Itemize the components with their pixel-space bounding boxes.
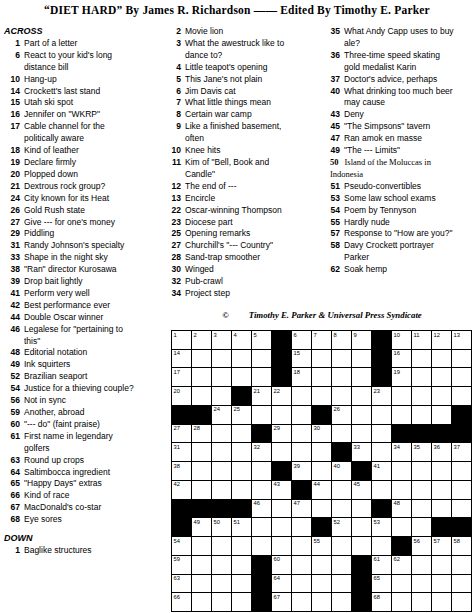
grid-cell-black (352, 462, 371, 480)
clue-number: 48 (4, 347, 20, 359)
grid-cell[interactable]: 48 (392, 500, 411, 518)
grid-cell[interactable] (352, 387, 371, 405)
grid-cell[interactable] (192, 368, 211, 386)
grid-cell[interactable] (412, 593, 431, 611)
grid-cell[interactable] (272, 443, 291, 461)
clue-across-10: 10Hang-up (4, 74, 160, 86)
grid-cell-black (272, 368, 291, 386)
clue-text: Utah ski spot (24, 97, 136, 109)
grid-cell[interactable] (372, 425, 391, 443)
cell-number: 7 (314, 332, 317, 338)
grid-cell[interactable] (212, 350, 231, 368)
grid-cell[interactable] (232, 443, 251, 461)
grid-cell[interactable] (312, 593, 331, 611)
clue-down-58: 58Davy Crockett portrayer Parker (324, 240, 474, 264)
grid-cell[interactable]: 59 (172, 556, 191, 574)
grid-cell[interactable]: 40 (332, 462, 351, 480)
clue-text: Poem by Tennyson (344, 205, 456, 217)
clue-number: 67 (4, 502, 20, 514)
grid-cell[interactable]: 49 (192, 518, 211, 536)
grid-cell[interactable]: 31 (172, 443, 191, 461)
grid-cell[interactable] (192, 387, 211, 405)
cell-number: 32 (254, 444, 260, 450)
grid-cell[interactable] (252, 537, 271, 555)
grid-cell[interactable] (452, 387, 471, 405)
grid-cell[interactable] (272, 518, 291, 536)
grid-cell[interactable] (192, 481, 211, 499)
clue-text: React to your kid's long distance bill (24, 50, 136, 74)
clue-across-68: 68Eye sores (4, 514, 160, 526)
clue-down-10: 10Knee hits (165, 145, 320, 157)
grid-cell[interactable] (232, 462, 251, 480)
grid-cell[interactable] (252, 406, 271, 424)
grid-cell-black (172, 406, 191, 424)
grid-cell[interactable]: 5 (252, 331, 271, 349)
grid-cell[interactable]: 58 (452, 537, 471, 555)
grid-cell[interactable] (332, 368, 351, 386)
cell-number: 68 (374, 594, 380, 600)
grid-cell[interactable]: 46 (252, 500, 271, 518)
clue-number: 39 (4, 276, 20, 288)
clue-across-39: 39Drop bait lightly (4, 276, 160, 288)
grid-cell[interactable]: 19 (392, 368, 411, 386)
grid-cell[interactable]: 29 (272, 425, 291, 443)
grid-cell[interactable] (192, 593, 211, 611)
grid-cell[interactable] (292, 443, 311, 461)
grid-cell[interactable]: 37 (452, 443, 471, 461)
cell-number: 56 (414, 538, 420, 544)
clue-number: 33 (4, 252, 20, 264)
grid-cell[interactable] (452, 556, 471, 574)
grid-cell[interactable]: 38 (172, 462, 191, 480)
grid-cell[interactable] (192, 537, 211, 555)
grid-cell[interactable] (432, 462, 451, 480)
grid-cell[interactable] (192, 443, 211, 461)
clue-text: Jennifer on "WKRP" (24, 109, 136, 121)
cell-number: 49 (194, 519, 200, 525)
grid-cell[interactable]: 34 (392, 443, 411, 461)
grid-cell[interactable] (352, 350, 371, 368)
grid-cell[interactable] (292, 556, 311, 574)
grid-cell[interactable] (392, 481, 411, 499)
grid-cell[interactable] (332, 387, 351, 405)
cell-number: 39 (294, 463, 300, 469)
grid-cell[interactable]: 2 (192, 331, 211, 349)
grid-cell[interactable] (252, 518, 271, 536)
grid-cell[interactable] (252, 350, 271, 368)
cell-number: 33 (354, 444, 360, 450)
grid-cell[interactable] (212, 537, 231, 555)
clue-down-2: 2Movie lion (165, 26, 320, 38)
grid-cell[interactable] (332, 500, 351, 518)
grid-cell[interactable] (192, 462, 211, 480)
grid-cell-black (372, 368, 391, 386)
clue-number: 50 (330, 157, 339, 167)
grid-cell-black (252, 556, 271, 574)
grid-cell[interactable] (392, 593, 411, 611)
grid-cell-black (272, 462, 291, 480)
grid-cell[interactable] (312, 368, 331, 386)
grid-cell[interactable] (292, 387, 311, 405)
grid-cell[interactable]: 47 (292, 500, 311, 518)
grid-cell[interactable] (452, 593, 471, 611)
grid-cell[interactable]: 63 (172, 575, 191, 593)
grid-cell[interactable] (392, 387, 411, 405)
clue-down-49: 49"The --- Limits" (324, 145, 474, 157)
clue-across-66: 66Kind of race (4, 490, 160, 502)
grid-cell[interactable] (332, 575, 351, 593)
grid-cell[interactable] (392, 518, 411, 536)
clue-text: Randy Johnson's specialty (24, 240, 136, 252)
grid-cell[interactable] (272, 500, 291, 518)
grid-cell-black (312, 518, 331, 536)
grid-cell[interactable] (432, 350, 451, 368)
grid-cell[interactable] (412, 387, 431, 405)
clue-text: Oscar-winning Thompson (185, 205, 297, 217)
grid-cell[interactable] (312, 575, 331, 593)
grid-cell[interactable] (332, 593, 351, 611)
grid-cell[interactable]: 55 (312, 537, 331, 555)
grid-cell[interactable] (392, 575, 411, 593)
grid-cell[interactable]: 64 (272, 575, 291, 593)
grid-cell[interactable] (312, 500, 331, 518)
grid-cell[interactable]: 35 (412, 443, 431, 461)
clue-text: Another, abroad (24, 407, 136, 419)
clue-number: 4 (165, 62, 181, 74)
grid-cell[interactable]: 9 (352, 331, 371, 349)
grid-cell[interactable]: 21 (252, 387, 271, 405)
grid-cell[interactable] (212, 462, 231, 480)
grid-cell[interactable] (432, 593, 451, 611)
grid-cell[interactable]: 11 (412, 331, 431, 349)
grid-cell[interactable]: 28 (192, 425, 211, 443)
grid-cell[interactable]: 6 (292, 331, 311, 349)
clue-number: 16 (4, 109, 20, 121)
grid-cell[interactable]: 30 (312, 425, 331, 443)
grid-cell[interactable]: 23 (372, 387, 391, 405)
grid-cell[interactable] (352, 537, 371, 555)
clue-text: Saltimbocca ingredient (24, 467, 136, 479)
grid-cell[interactable]: 3 (212, 331, 231, 349)
grid-cell[interactable] (412, 518, 431, 536)
grid-cell[interactable]: 32 (252, 443, 271, 461)
cell-number: 40 (334, 463, 340, 469)
clue-text: Gold Rush state (24, 205, 136, 217)
grid-cell[interactable] (232, 537, 251, 555)
clue-number: 35 (324, 26, 340, 50)
grid-cell-black (372, 500, 391, 518)
grid-cell[interactable] (252, 481, 271, 499)
clue-text: Give --- for one's money (24, 217, 136, 229)
clue-text: The end of --- (185, 181, 297, 193)
cell-number: 48 (394, 500, 400, 506)
cell-number: 27 (174, 425, 180, 431)
clue-across-60: 60"--- do" (faint praise) (4, 419, 160, 431)
clues-column-1: ACROSS1Part of a letter6React to your ki… (4, 26, 160, 557)
cell-number: 23 (374, 388, 380, 394)
grid-cell[interactable] (412, 575, 431, 593)
grid-cell[interactable]: 39 (292, 462, 311, 480)
clue-text: Movie lion (185, 26, 297, 38)
grid-cell[interactable] (212, 556, 231, 574)
grid-cell[interactable] (452, 350, 471, 368)
grid-cell[interactable] (432, 368, 451, 386)
grid-cell[interactable]: 66 (172, 593, 191, 611)
grid-cell[interactable] (292, 537, 311, 555)
grid-cell[interactable]: 10 (392, 331, 411, 349)
cell-number: 13 (454, 332, 460, 338)
grid-cell-black (332, 443, 351, 461)
grid-cell[interactable] (232, 350, 251, 368)
grid-cell[interactable]: 8 (332, 331, 351, 349)
grid-cell[interactable]: 16 (392, 350, 411, 368)
grid-cell[interactable] (192, 575, 211, 593)
grid-cell[interactable]: 41 (372, 462, 391, 480)
clue-number: 10 (165, 145, 181, 157)
grid-cell[interactable] (192, 350, 211, 368)
grid-cell[interactable] (352, 500, 371, 518)
clue-down-23: 23Diocese part (165, 217, 320, 229)
grid-cell[interactable] (232, 575, 251, 593)
clue-text: Drop bait lightly (24, 276, 136, 288)
grid-cell[interactable] (292, 425, 311, 443)
grid-cell[interactable]: 60 (272, 556, 291, 574)
grid-cell[interactable] (372, 537, 391, 555)
grid-cell[interactable] (452, 481, 471, 499)
grid-cell[interactable] (352, 425, 371, 443)
grid-cell[interactable] (372, 443, 391, 461)
grid-cell[interactable]: 7 (312, 331, 331, 349)
grid-cell[interactable] (412, 350, 431, 368)
grid-cell-black (192, 406, 211, 424)
cell-number: 65 (374, 575, 380, 581)
grid-cell[interactable]: 12 (432, 331, 451, 349)
grid-cell[interactable]: 43 (272, 481, 291, 499)
clue-number: 10 (4, 74, 20, 86)
grid-cell[interactable]: 68 (372, 593, 391, 611)
grid-cell-black (252, 593, 271, 611)
clue-number: 11 (165, 157, 181, 181)
grid-cell[interactable] (252, 368, 271, 386)
clue-down-53: 53Some law school exams (324, 193, 474, 205)
clue-across-16: 16Jennifer on "WKRP" (4, 109, 160, 121)
grid-cell[interactable] (452, 500, 471, 518)
grid-cell[interactable]: 15 (292, 350, 311, 368)
clue-text: Winged (185, 264, 297, 276)
grid-cell[interactable] (272, 406, 291, 424)
cell-number: 46 (254, 500, 260, 506)
grid-cell[interactable]: 33 (352, 443, 371, 461)
clue-number: 46 (4, 324, 20, 348)
clue-text: "The Simpsons" tavern (344, 121, 456, 133)
clue-across-49: 49Ink squirters (4, 359, 160, 371)
clues-column-2: 2Movie lion3What the awestruck like to d… (165, 26, 320, 300)
grid-cell[interactable] (432, 387, 451, 405)
clue-across-54: 54Justice for a thieving couple? (4, 383, 160, 395)
grid-cell[interactable]: 20 (172, 387, 191, 405)
grid-cell[interactable] (412, 406, 431, 424)
grid-cell[interactable] (212, 443, 231, 461)
grid-cell[interactable] (312, 387, 331, 405)
clue-text: Eye sores (24, 514, 136, 526)
grid-cell[interactable] (412, 368, 431, 386)
grid-cell[interactable] (432, 556, 451, 574)
clue-text: Sand-trap smoother (185, 252, 297, 264)
grid-cell[interactable]: 52 (332, 518, 351, 536)
clue-text: "Happy Days" extras (24, 478, 136, 490)
grid-cell-black (392, 537, 411, 555)
grid-cell[interactable] (312, 556, 331, 574)
grid-cell[interactable] (292, 406, 311, 424)
grid-cell[interactable]: 44 (312, 481, 331, 499)
grid-cell[interactable]: 65 (372, 575, 391, 593)
grid-cell[interactable] (232, 481, 251, 499)
clue-number: 6 (4, 50, 20, 74)
grid-cell[interactable] (332, 481, 351, 499)
grid-cell-black (432, 425, 451, 443)
cell-number: 1 (174, 332, 177, 338)
grid-cell[interactable] (232, 593, 251, 611)
grid-cell[interactable] (232, 368, 251, 386)
grid-cell[interactable]: 14 (172, 350, 191, 368)
grid-cell[interactable] (312, 443, 331, 461)
clue-text: "--- do" (faint praise) (24, 419, 136, 431)
clue-text: Crockett's last stand (24, 86, 136, 98)
grid-cell[interactable]: 53 (372, 518, 391, 536)
clue-text: Jim Davis cat (185, 86, 297, 98)
grid-cell[interactable] (392, 406, 411, 424)
grid-cell[interactable]: 62 (392, 556, 411, 574)
grid-cell[interactable] (212, 575, 231, 593)
grid-cell[interactable] (312, 350, 331, 368)
grid-cell[interactable]: 17 (172, 368, 191, 386)
clue-number: 31 (4, 240, 20, 252)
grid-cell[interactable] (332, 350, 351, 368)
clue-number: 49 (324, 145, 340, 157)
grid-cell[interactable] (412, 462, 431, 480)
cell-number: 28 (194, 425, 200, 431)
grid-cell[interactable] (372, 406, 391, 424)
grid-cell[interactable] (232, 556, 251, 574)
grid-cell[interactable] (212, 425, 231, 443)
clue-text: Project step (185, 288, 297, 300)
grid-cell[interactable]: 45 (352, 481, 371, 499)
grid-cell[interactable]: 13 (452, 331, 471, 349)
grid-cell[interactable] (352, 406, 371, 424)
grid-cell[interactable] (452, 575, 471, 593)
grid-cell[interactable] (332, 425, 351, 443)
grid-cell[interactable]: 24 (212, 406, 231, 424)
clue-number: 27 (4, 217, 20, 229)
grid-cell[interactable]: 36 (432, 443, 451, 461)
clue-text: Round up crops (24, 455, 136, 467)
clue-across-20: 20Plopped down (4, 169, 160, 181)
grid-cell[interactable]: 18 (292, 368, 311, 386)
clue-text: Ink squirters (24, 359, 136, 371)
grid-cell[interactable] (212, 481, 231, 499)
grid-cell[interactable] (432, 500, 451, 518)
grid-cell[interactable] (292, 518, 311, 536)
cell-number: 34 (394, 444, 400, 450)
grid-cell[interactable]: 56 (412, 537, 431, 555)
grid-cell[interactable] (452, 368, 471, 386)
clue-text: Perform very well (24, 288, 136, 300)
grid-cell[interactable] (352, 368, 371, 386)
copyright-text: Timothy E. Parker & Universal Press Synd… (249, 310, 422, 320)
grid-cell[interactable]: 25 (232, 406, 251, 424)
grid-cell[interactable] (212, 593, 231, 611)
clue-text: Certain war camp (185, 109, 297, 121)
grid-cell[interactable] (212, 387, 231, 405)
grid-cell-black (372, 350, 391, 368)
grid-cell[interactable] (252, 462, 271, 480)
grid-cell[interactable]: 61 (372, 556, 391, 574)
puzzle-title: “DIET HARD” By James R. Richardson —— Ed… (0, 4, 474, 16)
cell-number: 51 (234, 519, 240, 525)
grid-cell[interactable] (432, 406, 451, 424)
cell-number: 21 (254, 388, 260, 394)
grid-cell[interactable] (412, 556, 431, 574)
grid-cell[interactable] (192, 556, 211, 574)
clue-text: Soak hemp (344, 264, 456, 276)
grid-cell[interactable] (332, 537, 351, 555)
grid-cell-black (212, 500, 231, 518)
grid-cell[interactable]: 26 (332, 406, 351, 424)
clue-text: This Jane's not plain (185, 74, 297, 86)
grid-cell[interactable] (292, 575, 311, 593)
grid-cell[interactable]: 22 (272, 387, 291, 405)
grid-cell[interactable]: 50 (212, 518, 231, 536)
grid-cell[interactable]: 4 (232, 331, 251, 349)
grid-cell[interactable]: 51 (232, 518, 251, 536)
clue-number: 53 (324, 193, 340, 205)
grid-cell[interactable]: 54 (172, 537, 191, 555)
grid-cell[interactable] (372, 481, 391, 499)
grid-cell-black (232, 500, 251, 518)
clue-across-14: 14Crockett's last stand (4, 86, 160, 98)
grid-cell[interactable]: 57 (432, 537, 451, 555)
grid-cell[interactable]: 27 (172, 425, 191, 443)
clue-across-52: 52Brazilian seaport (4, 371, 160, 383)
clue-number: 25 (165, 228, 181, 240)
grid-cell[interactable] (452, 462, 471, 480)
clue-across-41: 41Perform very well (4, 288, 160, 300)
grid-cell[interactable] (312, 462, 331, 480)
grid-cell[interactable] (232, 425, 251, 443)
grid-cell[interactable] (292, 593, 311, 611)
grid-cell[interactable] (332, 556, 351, 574)
grid-cell[interactable] (352, 518, 371, 536)
cell-number: 50 (214, 519, 220, 525)
grid-cell[interactable] (432, 481, 451, 499)
grid-cell[interactable] (272, 537, 291, 555)
grid-cell[interactable]: 42 (172, 481, 191, 499)
grid-cell[interactable] (212, 368, 231, 386)
grid-cell[interactable] (412, 500, 431, 518)
grid-cell[interactable]: 67 (272, 593, 291, 611)
grid-cell[interactable]: 1 (172, 331, 191, 349)
clue-number: 19 (4, 157, 20, 169)
clue-text: Piddling (24, 228, 136, 240)
clue-down-27: 27Churchill's "--- Country" (165, 240, 320, 252)
grid-cell[interactable] (412, 481, 431, 499)
clue-text: Best performance ever (24, 300, 136, 312)
clue-across-59: 59Another, abroad (4, 407, 160, 419)
clue-down-35: 35What Andy Capp uses to buy ale? (324, 26, 474, 50)
grid-cell[interactable] (392, 462, 411, 480)
grid-cell-black (272, 331, 291, 349)
grid-cell[interactable] (432, 575, 451, 593)
